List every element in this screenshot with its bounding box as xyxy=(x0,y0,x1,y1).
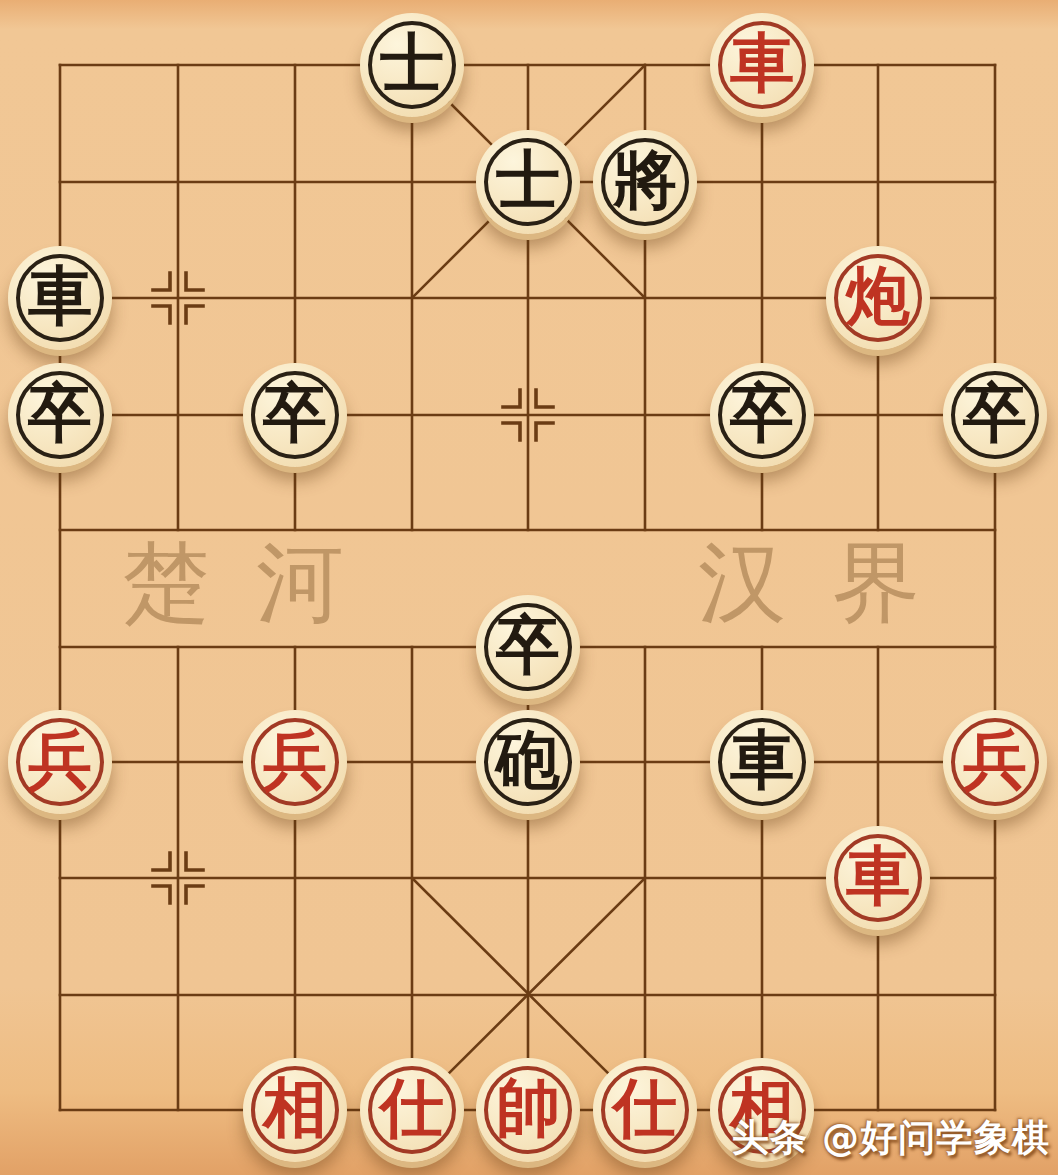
piece-label: 將 xyxy=(593,130,697,234)
piece-label: 士 xyxy=(360,13,464,117)
watermark-text: 头条 @好问学象棋 xyxy=(732,1113,1050,1163)
piece-red-soldier[interactable]: 兵 xyxy=(243,710,347,814)
piece-red-chariot[interactable]: 車 xyxy=(826,826,930,930)
piece-label: 車 xyxy=(710,13,814,117)
piece-label: 兵 xyxy=(8,710,112,814)
xiangqi-board-screenshot: 楚河 汉界 士車士將車炮卒卒卒卒卒兵兵砲車兵車相仕帥仕相 头条 @好问学象棋 xyxy=(0,0,1058,1175)
piece-black-soldier[interactable]: 卒 xyxy=(476,595,580,699)
piece-black-cannon[interactable]: 砲 xyxy=(476,710,580,814)
piece-label: 相 xyxy=(243,1058,347,1162)
piece-red-advisor[interactable]: 仕 xyxy=(593,1058,697,1162)
piece-label: 卒 xyxy=(8,363,112,467)
piece-label: 仕 xyxy=(360,1058,464,1162)
piece-red-advisor[interactable]: 仕 xyxy=(360,1058,464,1162)
piece-red-king[interactable]: 帥 xyxy=(476,1058,580,1162)
piece-label: 卒 xyxy=(943,363,1047,467)
piece-red-cannon[interactable]: 炮 xyxy=(826,246,930,350)
piece-black-soldier[interactable]: 卒 xyxy=(8,363,112,467)
river-label-right: 汉界 xyxy=(698,536,966,632)
piece-label: 兵 xyxy=(243,710,347,814)
piece-red-soldier[interactable]: 兵 xyxy=(8,710,112,814)
piece-label: 卒 xyxy=(710,363,814,467)
piece-black-chariot[interactable]: 車 xyxy=(8,246,112,350)
piece-red-soldier[interactable]: 兵 xyxy=(943,710,1047,814)
piece-label: 帥 xyxy=(476,1058,580,1162)
piece-label: 炮 xyxy=(826,246,930,350)
piece-label: 車 xyxy=(826,826,930,930)
piece-label: 卒 xyxy=(476,595,580,699)
piece-black-soldier[interactable]: 卒 xyxy=(943,363,1047,467)
piece-black-advisor[interactable]: 士 xyxy=(360,13,464,117)
piece-red-elephant[interactable]: 相 xyxy=(243,1058,347,1162)
piece-label: 士 xyxy=(476,130,580,234)
piece-black-general[interactable]: 將 xyxy=(593,130,697,234)
piece-label: 卒 xyxy=(243,363,347,467)
piece-label: 砲 xyxy=(476,710,580,814)
piece-label: 車 xyxy=(8,246,112,350)
piece-label: 車 xyxy=(710,710,814,814)
piece-label: 兵 xyxy=(943,710,1047,814)
piece-black-chariot[interactable]: 車 xyxy=(710,710,814,814)
river-label-left: 楚河 xyxy=(122,536,390,632)
piece-black-advisor[interactable]: 士 xyxy=(476,130,580,234)
piece-black-soldier[interactable]: 卒 xyxy=(710,363,814,467)
piece-label: 仕 xyxy=(593,1058,697,1162)
piece-black-soldier[interactable]: 卒 xyxy=(243,363,347,467)
piece-red-chariot[interactable]: 車 xyxy=(710,13,814,117)
